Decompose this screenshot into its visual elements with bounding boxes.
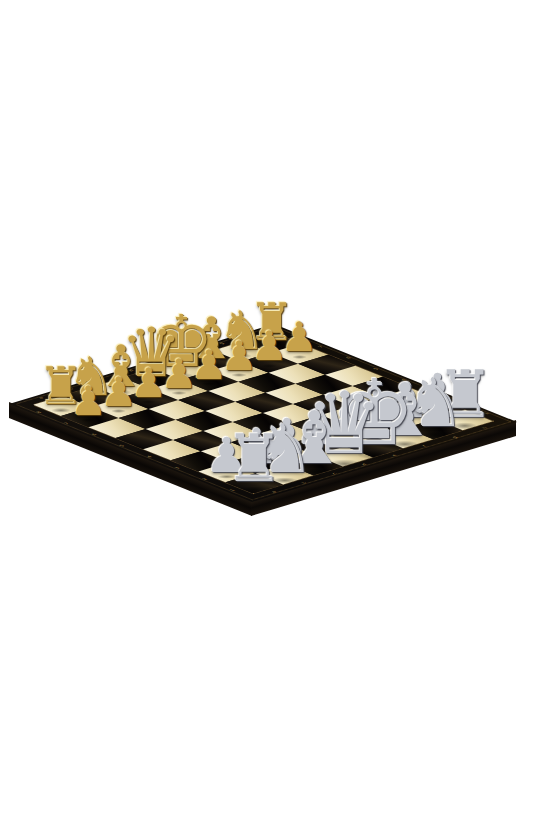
chess-set-photo: aa88bb77cc66dd55ee44ff33gg22hh11 ♜♞♟♝♟♚♟… [0, 0, 550, 825]
rank-label-2-left: 2 [201, 478, 208, 481]
file-label-e-far: e [158, 360, 165, 363]
file-label-b-near: b [301, 481, 308, 484]
file-label-d-near: d [361, 463, 368, 466]
rank-label-1-left: 1 [229, 489, 236, 492]
rank-label-1-right: 1 [483, 412, 490, 415]
rank-label-7-left: 7 [63, 422, 70, 425]
file-label-c-far: c [98, 378, 105, 381]
board-grid [32, 332, 494, 494]
rank-label-4-right: 4 [400, 379, 407, 382]
file-label-a-far: a [37, 396, 44, 399]
rank-label-2-right: 2 [455, 401, 462, 404]
rank-label-6-right: 6 [345, 357, 352, 360]
rank-label-8-right: 8 [290, 334, 297, 337]
rank-label-3-left: 3 [174, 467, 181, 470]
chess-board: aa88bb77cc66dd55ee44ff33gg22hh11 [9, 324, 517, 502]
file-label-b-far: b [67, 387, 74, 390]
rank-label-3-right: 3 [428, 390, 435, 393]
rank-label-5-left: 5 [118, 444, 125, 447]
file-label-h-far: h [248, 333, 255, 336]
file-label-a-near: a [270, 490, 277, 493]
rank-label-6-left: 6 [91, 433, 98, 436]
rank-label-8-left: 8 [36, 411, 43, 414]
rank-label-4-left: 4 [146, 456, 153, 459]
file-label-h-near: h [481, 427, 488, 430]
rank-label-5-right: 5 [373, 368, 380, 371]
file-label-g-near: g [451, 436, 458, 439]
rank-label-7-right: 7 [317, 345, 324, 348]
file-label-f-far: f [189, 351, 195, 353]
file-label-e-near: e [391, 454, 398, 457]
file-label-d-far: d [128, 369, 135, 372]
file-label-g-far: g [218, 342, 225, 345]
file-label-f-near: f [422, 445, 428, 447]
file-label-c-near: c [331, 472, 338, 475]
